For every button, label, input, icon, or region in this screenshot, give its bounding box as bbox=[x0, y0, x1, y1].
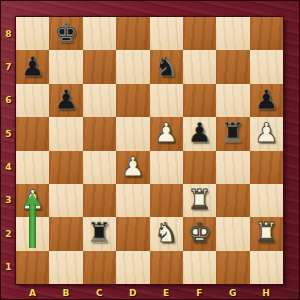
square-g5[interactable]: ♜ bbox=[216, 117, 249, 150]
square-d8[interactable] bbox=[116, 17, 149, 50]
black-knight[interactable]: ♞ bbox=[154, 53, 178, 80]
square-f4[interactable] bbox=[183, 151, 216, 184]
white-rook[interactable]: ♜ bbox=[254, 219, 278, 246]
square-c3[interactable] bbox=[83, 184, 116, 217]
square-e1[interactable] bbox=[150, 251, 183, 284]
file-label-d: D bbox=[116, 285, 149, 300]
square-c5[interactable] bbox=[83, 117, 116, 150]
square-g3[interactable] bbox=[216, 184, 249, 217]
square-c6[interactable] bbox=[83, 84, 116, 117]
square-h7[interactable] bbox=[250, 50, 283, 83]
square-d6[interactable] bbox=[116, 84, 149, 117]
square-h3[interactable] bbox=[250, 184, 283, 217]
rank-label-5: 5 bbox=[2, 117, 15, 150]
white-pawn[interactable]: ♟ bbox=[254, 119, 278, 146]
square-a1[interactable] bbox=[16, 251, 49, 284]
square-d1[interactable] bbox=[116, 251, 149, 284]
square-g6[interactable] bbox=[216, 84, 249, 117]
square-a6[interactable] bbox=[16, 84, 49, 117]
square-h1[interactable] bbox=[250, 251, 283, 284]
square-g4[interactable] bbox=[216, 151, 249, 184]
black-king[interactable]: ♚ bbox=[54, 19, 78, 46]
square-b4[interactable] bbox=[49, 151, 82, 184]
square-h2[interactable]: ♜ bbox=[250, 217, 283, 250]
square-d7[interactable] bbox=[116, 50, 149, 83]
square-h4[interactable] bbox=[250, 151, 283, 184]
square-f8[interactable] bbox=[183, 17, 216, 50]
square-e2[interactable]: ♞ bbox=[150, 217, 183, 250]
white-knight[interactable]: ♞ bbox=[154, 219, 178, 246]
square-b2[interactable] bbox=[49, 217, 82, 250]
square-g2[interactable] bbox=[216, 217, 249, 250]
rank-label-7: 7 bbox=[2, 50, 15, 83]
square-b8[interactable]: ♚ bbox=[49, 17, 82, 50]
black-pawn[interactable]: ♟ bbox=[254, 86, 278, 113]
square-c4[interactable] bbox=[83, 151, 116, 184]
chess-board: ♚♟♞♟♟♟♟♜♟♟♟♜♜♞♚♜ bbox=[16, 17, 283, 284]
square-b1[interactable] bbox=[49, 251, 82, 284]
square-d5[interactable] bbox=[116, 117, 149, 150]
square-d2[interactable] bbox=[116, 217, 149, 250]
square-a8[interactable] bbox=[16, 17, 49, 50]
square-e8[interactable] bbox=[150, 17, 183, 50]
white-pawn[interactable]: ♟ bbox=[121, 153, 145, 180]
file-label-e: E bbox=[150, 285, 183, 300]
rank-label-3: 3 bbox=[2, 184, 15, 217]
file-label-c: C bbox=[83, 285, 116, 300]
square-f7[interactable] bbox=[183, 50, 216, 83]
square-e7[interactable]: ♞ bbox=[150, 50, 183, 83]
file-label-a: A bbox=[16, 285, 49, 300]
rank-label-2: 2 bbox=[2, 217, 15, 250]
square-d3[interactable] bbox=[116, 184, 149, 217]
black-pawn[interactable]: ♟ bbox=[187, 119, 211, 146]
square-e3[interactable] bbox=[150, 184, 183, 217]
square-g7[interactable] bbox=[216, 50, 249, 83]
white-king[interactable]: ♚ bbox=[187, 219, 211, 246]
square-c7[interactable] bbox=[83, 50, 116, 83]
square-e6[interactable] bbox=[150, 84, 183, 117]
black-pawn[interactable]: ♟ bbox=[21, 53, 45, 80]
rank-label-6: 6 bbox=[2, 84, 15, 117]
file-label-b: B bbox=[49, 285, 82, 300]
chess-board-frame: ♚♟♞♟♟♟♟♜♟♟♟♜♜♞♚♜ 87654321 ABCDEFGH bbox=[0, 0, 300, 300]
square-h6[interactable]: ♟ bbox=[250, 84, 283, 117]
square-f1[interactable] bbox=[183, 251, 216, 284]
square-g1[interactable] bbox=[216, 251, 249, 284]
square-c2[interactable]: ♜ bbox=[83, 217, 116, 250]
square-b6[interactable]: ♟ bbox=[49, 84, 82, 117]
square-h5[interactable]: ♟ bbox=[250, 117, 283, 150]
last-move-arrow-shaft bbox=[29, 204, 36, 248]
file-label-h: H bbox=[250, 285, 283, 300]
square-h8[interactable] bbox=[250, 17, 283, 50]
square-b3[interactable] bbox=[49, 184, 82, 217]
square-a7[interactable]: ♟ bbox=[16, 50, 49, 83]
rank-label-8: 8 bbox=[2, 17, 15, 50]
black-rook[interactable]: ♜ bbox=[221, 119, 245, 146]
file-label-g: G bbox=[216, 285, 249, 300]
square-b7[interactable] bbox=[49, 50, 82, 83]
white-pawn[interactable]: ♟ bbox=[154, 119, 178, 146]
file-label-f: F bbox=[183, 285, 216, 300]
square-d4[interactable]: ♟ bbox=[116, 151, 149, 184]
black-rook[interactable]: ♜ bbox=[87, 219, 111, 246]
rank-label-1: 1 bbox=[2, 251, 15, 284]
square-f6[interactable] bbox=[183, 84, 216, 117]
square-c8[interactable] bbox=[83, 17, 116, 50]
square-f5[interactable]: ♟ bbox=[183, 117, 216, 150]
black-pawn[interactable]: ♟ bbox=[54, 86, 78, 113]
rank-label-4: 4 bbox=[2, 151, 15, 184]
square-a4[interactable] bbox=[16, 151, 49, 184]
square-f2[interactable]: ♚ bbox=[183, 217, 216, 250]
white-rook[interactable]: ♜ bbox=[187, 186, 211, 213]
square-c1[interactable] bbox=[83, 251, 116, 284]
square-b5[interactable] bbox=[49, 117, 82, 150]
square-e5[interactable]: ♟ bbox=[150, 117, 183, 150]
square-e4[interactable] bbox=[150, 151, 183, 184]
square-a5[interactable] bbox=[16, 117, 49, 150]
square-f3[interactable]: ♜ bbox=[183, 184, 216, 217]
square-g8[interactable] bbox=[216, 17, 249, 50]
